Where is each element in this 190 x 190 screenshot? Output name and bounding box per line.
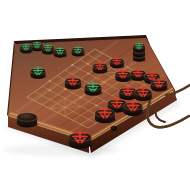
hinge-knob (111, 126, 117, 131)
xiangqi-piece-face-down-piece[interactable] (17, 113, 39, 128)
xiangqi-piece-stacked-pieces[interactable] (133, 43, 147, 62)
xiangqi-set-photo (0, 0, 190, 190)
photo-stage (0, 0, 190, 190)
